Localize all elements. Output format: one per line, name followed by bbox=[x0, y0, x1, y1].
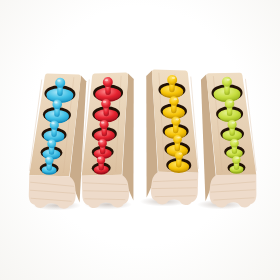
cylinder-block-green bbox=[192, 71, 257, 224]
cylinder-block-cell-green bbox=[198, 64, 260, 224]
wooden-block-green bbox=[192, 71, 257, 224]
knob-ball bbox=[232, 156, 240, 164]
cylinder-block-cell-yellow bbox=[136, 64, 198, 224]
cylinder-block-cell-red bbox=[74, 64, 136, 224]
cylinder-block-cell-blue bbox=[12, 64, 74, 224]
knob-ball bbox=[225, 99, 235, 109]
product-photo bbox=[0, 0, 280, 280]
knob-ball bbox=[227, 120, 236, 129]
knob-ball bbox=[230, 139, 239, 148]
knob-ball bbox=[222, 77, 232, 87]
cylinder-blocks-scene bbox=[12, 64, 260, 224]
